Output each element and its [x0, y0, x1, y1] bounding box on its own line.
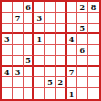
sudoku-cell-r2c1[interactable] — [2, 13, 13, 24]
sudoku-cell-r3c8: 5 — [77, 24, 88, 35]
sudoku-cell-r9c3[interactable] — [24, 88, 35, 99]
sudoku-cell-r4c7: 4 — [67, 34, 78, 45]
sudoku-cell-r4c9[interactable] — [88, 34, 99, 45]
sudoku-cell-r3c9[interactable] — [88, 24, 99, 35]
sudoku-cell-r5c3[interactable] — [24, 45, 35, 56]
sudoku-cell-r9c8[interactable] — [77, 88, 88, 99]
sudoku-cell-r1c4[interactable] — [34, 2, 45, 13]
sudoku-cell-r2c8[interactable] — [77, 13, 88, 24]
sudoku-cell-r3c3[interactable] — [24, 24, 35, 35]
sudoku-cell-r1c9: 8 — [88, 2, 99, 13]
sudoku-cell-r1c7[interactable] — [67, 2, 78, 13]
sudoku-cell-r9c7: 1 — [67, 88, 78, 99]
sudoku-cell-r4c3[interactable] — [24, 34, 35, 45]
sudoku-cell-r9c6[interactable] — [56, 88, 67, 99]
sudoku-cell-r6c4[interactable] — [34, 56, 45, 67]
sudoku-cell-r7c8[interactable] — [77, 67, 88, 78]
sudoku-cell-r1c3: 6 — [24, 2, 35, 13]
sudoku-cell-r5c9[interactable] — [88, 45, 99, 56]
sudoku-cell-r6c1[interactable] — [2, 56, 13, 67]
sudoku-cell-r6c2[interactable] — [13, 56, 24, 67]
sudoku-cell-r6c5[interactable] — [45, 56, 56, 67]
sudoku-cell-r3c4[interactable] — [34, 24, 45, 35]
sudoku-cell-r8c7[interactable] — [67, 77, 78, 88]
sudoku-cell-r7c9[interactable] — [88, 67, 99, 78]
sudoku-cell-r2c2: 7 — [13, 13, 24, 24]
sudoku-cell-r2c6[interactable] — [56, 13, 67, 24]
sudoku-cell-r2c5[interactable] — [45, 13, 56, 24]
sudoku-cell-r8c3[interactable] — [24, 77, 35, 88]
sudoku-cell-r9c4[interactable] — [34, 88, 45, 99]
sudoku-cell-r6c7[interactable] — [67, 56, 78, 67]
sudoku-cell-r7c1: 4 — [2, 67, 13, 78]
sudoku-board: 62873531465437521 — [0, 0, 101, 101]
sudoku-cell-r8c6: 2 — [56, 77, 67, 88]
sudoku-cell-r8c4[interactable] — [34, 77, 45, 88]
sudoku-cell-r1c1[interactable] — [2, 2, 13, 13]
sudoku-cell-r3c6[interactable] — [56, 24, 67, 35]
sudoku-cell-r2c7[interactable] — [67, 13, 78, 24]
sudoku-cell-r7c3[interactable] — [24, 67, 35, 78]
sudoku-cell-r8c2[interactable] — [13, 77, 24, 88]
sudoku-cell-r3c2[interactable] — [13, 24, 24, 35]
sudoku-cell-r5c6[interactable] — [56, 45, 67, 56]
sudoku-cell-r1c2[interactable] — [13, 2, 24, 13]
sudoku-cell-r5c7[interactable] — [67, 45, 78, 56]
sudoku-cell-r7c6[interactable] — [56, 67, 67, 78]
sudoku-cell-r8c1[interactable] — [2, 77, 13, 88]
sudoku-cell-r7c7: 7 — [67, 67, 78, 78]
sudoku-cell-r6c3: 5 — [24, 56, 35, 67]
sudoku-cell-r7c2: 3 — [13, 67, 24, 78]
sudoku-cell-r5c2[interactable] — [13, 45, 24, 56]
sudoku-cell-r7c5[interactable] — [45, 67, 56, 78]
sudoku-cell-r9c9[interactable] — [88, 88, 99, 99]
sudoku-cell-r8c8[interactable] — [77, 77, 88, 88]
sudoku-cell-r6c6[interactable] — [56, 56, 67, 67]
sudoku-cell-r5c5[interactable] — [45, 45, 56, 56]
sudoku-cell-r2c9[interactable] — [88, 13, 99, 24]
sudoku-cell-r3c7[interactable] — [67, 24, 78, 35]
sudoku-cell-r8c5: 5 — [45, 77, 56, 88]
sudoku-cell-r1c6[interactable] — [56, 2, 67, 13]
sudoku-cell-r9c5[interactable] — [45, 88, 56, 99]
sudoku-cell-r5c1[interactable] — [2, 45, 13, 56]
sudoku-cell-r3c5[interactable] — [45, 24, 56, 35]
sudoku-cell-r2c4: 3 — [34, 13, 45, 24]
sudoku-cell-r3c1[interactable] — [2, 24, 13, 35]
sudoku-cell-r9c2[interactable] — [13, 88, 24, 99]
sudoku-cell-r5c4[interactable] — [34, 45, 45, 56]
sudoku-cell-r4c5[interactable] — [45, 34, 56, 45]
sudoku-cell-r6c8[interactable] — [77, 56, 88, 67]
sudoku-cell-r4c2[interactable] — [13, 34, 24, 45]
sudoku-cell-r1c5[interactable] — [45, 2, 56, 13]
sudoku-cell-r1c8: 2 — [77, 2, 88, 13]
sudoku-cell-r2c3[interactable] — [24, 13, 35, 24]
sudoku-cell-r7c4[interactable] — [34, 67, 45, 78]
sudoku-cell-r4c1: 3 — [2, 34, 13, 45]
sudoku-cell-r4c8[interactable] — [77, 34, 88, 45]
sudoku-cell-r6c9[interactable] — [88, 56, 99, 67]
sudoku-cell-r4c4: 1 — [34, 34, 45, 45]
sudoku-cell-r4c6[interactable] — [56, 34, 67, 45]
sudoku-cell-r9c1[interactable] — [2, 88, 13, 99]
sudoku-cell-r8c9[interactable] — [88, 77, 99, 88]
sudoku-cell-r5c8: 6 — [77, 45, 88, 56]
